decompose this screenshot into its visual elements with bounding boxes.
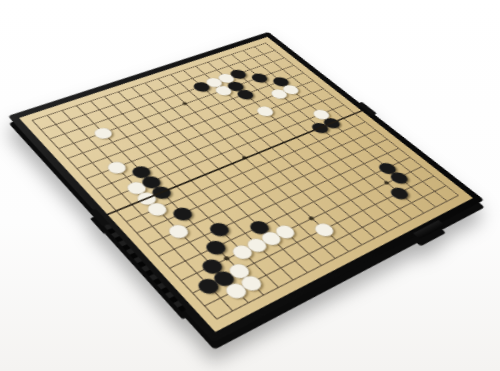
black-stone: ● bbox=[243, 216, 274, 238]
board-tilt-wrapper: ●●●●●●●●●●●●●●●●●●●●●●●●●●●●●●●●●●●●●●●●… bbox=[48, 0, 444, 356]
black-stone: ● bbox=[232, 86, 258, 102]
white-stone: ● bbox=[162, 220, 193, 242]
white-stone: ● bbox=[307, 106, 334, 122]
black-stone: ● bbox=[373, 159, 401, 177]
go-board-surface: ●●●●●●●●●●●●●●●●●●●●●●●●●●●●●●●●●●●●●●●●… bbox=[19, 37, 473, 332]
star-point bbox=[223, 256, 231, 262]
star-point bbox=[182, 102, 189, 106]
black-stone: ● bbox=[225, 66, 251, 81]
star-point bbox=[308, 216, 315, 221]
white-stone: ● bbox=[222, 259, 254, 283]
white-stone: ● bbox=[226, 240, 258, 263]
white-stone: ● bbox=[200, 74, 226, 89]
white-stone: ● bbox=[210, 82, 236, 98]
white-stone: ● bbox=[308, 219, 339, 240]
white-stone: ● bbox=[121, 177, 151, 197]
white-stone: ● bbox=[101, 157, 130, 176]
black-stone: ● bbox=[191, 273, 224, 298]
white-stone: ● bbox=[251, 103, 278, 119]
black-stone: ● bbox=[199, 236, 231, 259]
star-point bbox=[256, 76, 262, 80]
black-stone: ● bbox=[188, 79, 214, 94]
black-stone: ● bbox=[207, 266, 240, 290]
product-photo-go-set: ●●●●●●●●●●●●●●●●●●●●●●●●●●●●●●●●●●●●●●●●… bbox=[0, 0, 500, 371]
go-board-frame: ●●●●●●●●●●●●●●●●●●●●●●●●●●●●●●●●●●●●●●●●… bbox=[8, 32, 484, 343]
star-point bbox=[99, 131, 106, 135]
white-stone: ● bbox=[213, 70, 239, 85]
black-stone: ● bbox=[136, 172, 166, 192]
black-stone: ● bbox=[222, 78, 248, 93]
black-stone: ● bbox=[126, 162, 155, 181]
white-stone: ● bbox=[277, 82, 303, 97]
black-stone: ● bbox=[167, 203, 198, 224]
white-stone: ● bbox=[240, 233, 271, 255]
black-stone: ● bbox=[267, 74, 293, 89]
star-point bbox=[383, 181, 390, 186]
white-stone: ● bbox=[265, 86, 291, 101]
black-stone: ● bbox=[203, 218, 234, 240]
grid-lines: ●●●●●●●●●●●●●●●●●●●●●●●●●●●●●●●●●●●●●●●●… bbox=[32, 43, 460, 320]
white-stone: ● bbox=[219, 278, 252, 303]
white-stone: ● bbox=[255, 227, 286, 249]
white-stone: ● bbox=[269, 220, 300, 242]
black-stone: ● bbox=[384, 183, 413, 202]
white-stone: ● bbox=[234, 270, 267, 294]
white-stone: ● bbox=[141, 198, 172, 219]
